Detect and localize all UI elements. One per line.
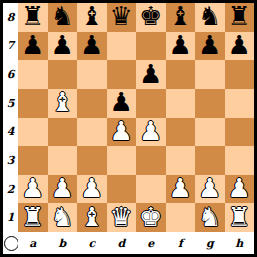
square-e2[interactable] xyxy=(136,175,166,204)
square-b1[interactable]: ♞ xyxy=(48,203,78,232)
white-rook[interactable]: ♜ xyxy=(228,204,251,230)
black-pawn[interactable]: ♟ xyxy=(21,32,44,58)
white-pawn[interactable]: ♟ xyxy=(21,175,44,201)
square-g3[interactable] xyxy=(195,146,225,175)
black-pawn[interactable]: ♟ xyxy=(139,61,162,87)
square-f6[interactable] xyxy=(166,60,196,89)
square-c2[interactable]: ♟ xyxy=(77,175,107,204)
square-g6[interactable] xyxy=(195,60,225,89)
file-label-e: e xyxy=(136,232,166,254)
board-corner xyxy=(3,232,18,254)
white-queen[interactable]: ♛ xyxy=(110,204,133,230)
square-h4[interactable] xyxy=(225,118,255,147)
file-label-b: b xyxy=(48,232,78,254)
square-e7[interactable] xyxy=(136,32,166,61)
square-h5[interactable] xyxy=(225,89,255,118)
rank-label-7: 7 xyxy=(3,32,18,61)
file-label-c: c xyxy=(77,232,107,254)
square-d3[interactable] xyxy=(107,146,137,175)
square-f5[interactable] xyxy=(166,89,196,118)
square-h8[interactable]: ♜ xyxy=(225,3,255,32)
white-knight[interactable]: ♞ xyxy=(51,204,74,230)
square-a2[interactable]: ♟ xyxy=(18,175,48,204)
black-queen[interactable]: ♛ xyxy=(110,3,133,29)
square-c1[interactable]: ♝ xyxy=(77,203,107,232)
black-bishop[interactable]: ♝ xyxy=(80,3,103,29)
rank-label-5: 5 xyxy=(3,89,18,118)
square-e3[interactable] xyxy=(136,146,166,175)
white-pawn[interactable]: ♟ xyxy=(228,175,251,201)
square-a4[interactable] xyxy=(18,118,48,147)
square-b6[interactable] xyxy=(48,60,78,89)
black-rook[interactable]: ♜ xyxy=(21,3,44,29)
black-pawn[interactable]: ♟ xyxy=(110,89,133,115)
black-pawn[interactable]: ♟ xyxy=(51,32,74,58)
square-c7[interactable]: ♟ xyxy=(77,32,107,61)
square-b3[interactable] xyxy=(48,146,78,175)
white-bishop[interactable]: ♝ xyxy=(51,89,74,115)
square-g7[interactable]: ♟ xyxy=(195,32,225,61)
square-a6[interactable] xyxy=(18,60,48,89)
square-g1[interactable]: ♞ xyxy=(195,203,225,232)
square-b2[interactable]: ♟ xyxy=(48,175,78,204)
square-c5[interactable] xyxy=(77,89,107,118)
square-d7[interactable] xyxy=(107,32,137,61)
square-d2[interactable] xyxy=(107,175,137,204)
square-b8[interactable]: ♞ xyxy=(48,3,78,32)
rank-label-2: 2 xyxy=(3,175,18,204)
square-h2[interactable]: ♟ xyxy=(225,175,255,204)
square-b7[interactable]: ♟ xyxy=(48,32,78,61)
black-pawn[interactable]: ♟ xyxy=(169,32,192,58)
white-pawn[interactable]: ♟ xyxy=(169,175,192,201)
square-h7[interactable]: ♟ xyxy=(225,32,255,61)
square-g4[interactable] xyxy=(195,118,225,147)
square-f7[interactable]: ♟ xyxy=(166,32,196,61)
square-e8[interactable]: ♚ xyxy=(136,3,166,32)
black-knight[interactable]: ♞ xyxy=(51,3,74,29)
black-bishop[interactable]: ♝ xyxy=(169,3,192,29)
square-c3[interactable] xyxy=(77,146,107,175)
rank-label-8: 8 xyxy=(3,3,18,32)
square-g8[interactable]: ♞ xyxy=(195,3,225,32)
black-pawn[interactable]: ♟ xyxy=(198,32,221,58)
square-h3[interactable] xyxy=(225,146,255,175)
black-king[interactable]: ♚ xyxy=(139,3,162,29)
white-knight[interactable]: ♞ xyxy=(198,204,221,230)
chess-diagram: 8♜♞♝♛♚♝♞♜7♟♟♟♟♟♟6♟5♝♟4♟♟32♟♟♟♟♟♟1♜♞♝♛♚♞♜… xyxy=(0,0,257,257)
side-to-move-indicator xyxy=(4,236,19,251)
square-d5[interactable]: ♟ xyxy=(107,89,137,118)
square-e6[interactable]: ♟ xyxy=(136,60,166,89)
square-c8[interactable]: ♝ xyxy=(77,3,107,32)
square-a8[interactable]: ♜ xyxy=(18,3,48,32)
square-g2[interactable]: ♟ xyxy=(195,175,225,204)
rank-label-4: 4 xyxy=(3,118,18,147)
square-a7[interactable]: ♟ xyxy=(18,32,48,61)
black-pawn[interactable]: ♟ xyxy=(228,32,251,58)
square-a3[interactable] xyxy=(18,146,48,175)
file-label-h: h xyxy=(225,232,255,254)
white-pawn[interactable]: ♟ xyxy=(80,175,103,201)
white-pawn[interactable]: ♟ xyxy=(51,175,74,201)
white-pawn[interactable]: ♟ xyxy=(110,118,133,144)
rank-label-6: 6 xyxy=(3,60,18,89)
black-pawn[interactable]: ♟ xyxy=(80,32,103,58)
file-label-g: g xyxy=(195,232,225,254)
rank-label-1: 1 xyxy=(3,203,18,232)
file-label-f: f xyxy=(166,232,196,254)
white-pawn[interactable]: ♟ xyxy=(139,118,162,144)
square-h1[interactable]: ♜ xyxy=(225,203,255,232)
white-bishop[interactable]: ♝ xyxy=(80,204,103,230)
square-d8[interactable]: ♛ xyxy=(107,3,137,32)
square-b4[interactable] xyxy=(48,118,78,147)
square-f1[interactable] xyxy=(166,203,196,232)
square-c6[interactable] xyxy=(77,60,107,89)
file-label-a: a xyxy=(18,232,48,254)
chess-board: 8♜♞♝♛♚♝♞♜7♟♟♟♟♟♟6♟5♝♟4♟♟32♟♟♟♟♟♟1♜♞♝♛♚♞♜… xyxy=(3,3,254,254)
white-king[interactable]: ♚ xyxy=(139,204,162,230)
square-g5[interactable] xyxy=(195,89,225,118)
square-b5[interactable]: ♝ xyxy=(48,89,78,118)
square-d1[interactable]: ♛ xyxy=(107,203,137,232)
square-c4[interactable] xyxy=(77,118,107,147)
file-label-d: d xyxy=(107,232,137,254)
square-d4[interactable]: ♟ xyxy=(107,118,137,147)
square-e1[interactable]: ♚ xyxy=(136,203,166,232)
square-a5[interactable] xyxy=(18,89,48,118)
black-rook[interactable]: ♜ xyxy=(228,3,251,29)
white-rook[interactable]: ♜ xyxy=(21,204,44,230)
square-e5[interactable] xyxy=(136,89,166,118)
square-f3[interactable] xyxy=(166,146,196,175)
white-pawn[interactable]: ♟ xyxy=(198,175,221,201)
black-knight[interactable]: ♞ xyxy=(198,3,221,29)
square-h6[interactable] xyxy=(225,60,255,89)
square-e4[interactable]: ♟ xyxy=(136,118,166,147)
rank-label-3: 3 xyxy=(3,146,18,175)
square-a1[interactable]: ♜ xyxy=(18,203,48,232)
square-f2[interactable]: ♟ xyxy=(166,175,196,204)
square-d6[interactable] xyxy=(107,60,137,89)
square-f8[interactable]: ♝ xyxy=(166,3,196,32)
square-f4[interactable] xyxy=(166,118,196,147)
